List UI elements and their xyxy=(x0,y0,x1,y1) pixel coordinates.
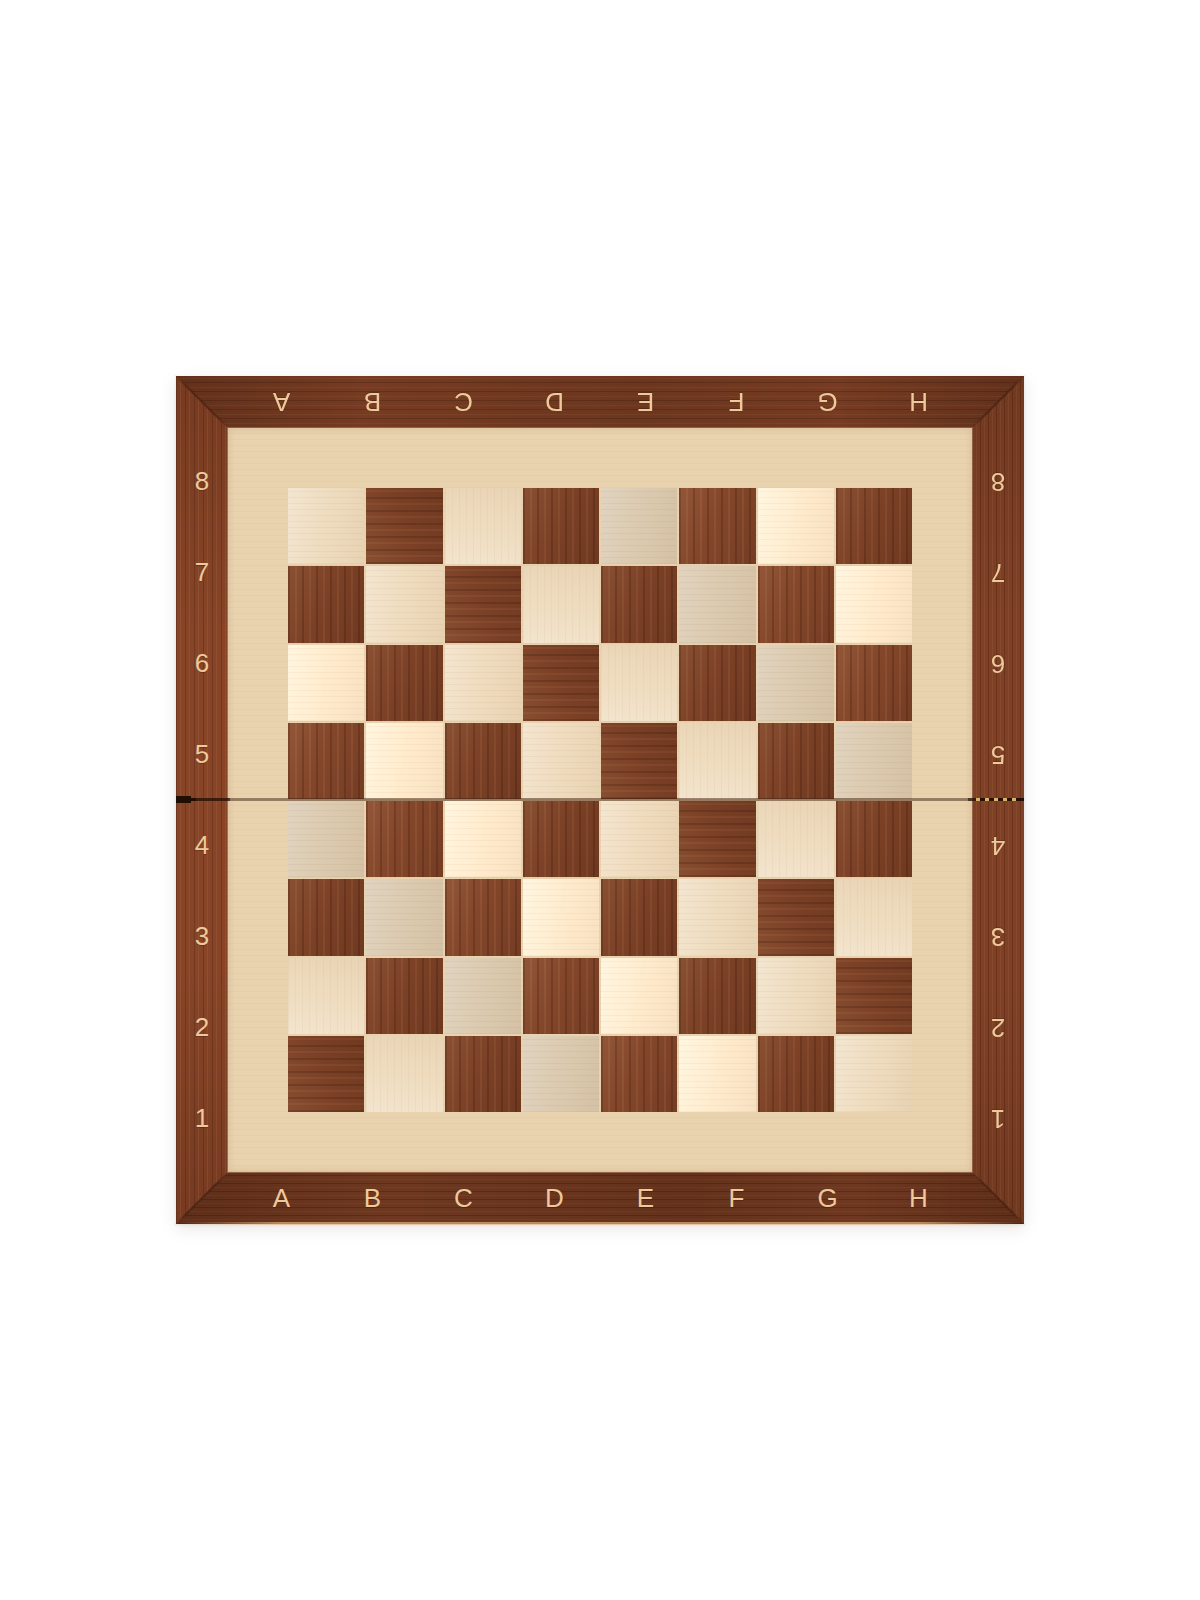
square-e7[interactable] xyxy=(601,566,677,642)
square-a3[interactable] xyxy=(288,879,364,955)
square-e1[interactable] xyxy=(601,1036,677,1112)
square-e5[interactable] xyxy=(601,723,677,799)
square-e8[interactable] xyxy=(601,488,677,564)
square-e4[interactable] xyxy=(601,801,677,877)
square-f4[interactable] xyxy=(679,801,755,877)
frame-top xyxy=(176,376,1024,428)
square-h6[interactable] xyxy=(836,645,912,721)
square-a8[interactable] xyxy=(288,488,364,564)
square-g3[interactable] xyxy=(758,879,834,955)
square-g8[interactable] xyxy=(758,488,834,564)
square-c6[interactable] xyxy=(445,645,521,721)
square-c8[interactable] xyxy=(445,488,521,564)
square-h4[interactable] xyxy=(836,801,912,877)
square-b3[interactable] xyxy=(366,879,442,955)
square-c5[interactable] xyxy=(445,723,521,799)
square-a1[interactable] xyxy=(288,1036,364,1112)
square-b1[interactable] xyxy=(366,1036,442,1112)
square-c2[interactable] xyxy=(445,958,521,1034)
square-d5[interactable] xyxy=(523,723,599,799)
square-g7[interactable] xyxy=(758,566,834,642)
square-g2[interactable] xyxy=(758,958,834,1034)
square-a6[interactable] xyxy=(288,645,364,721)
square-h1[interactable] xyxy=(836,1036,912,1112)
square-a2[interactable] xyxy=(288,958,364,1034)
square-d7[interactable] xyxy=(523,566,599,642)
board-grid xyxy=(288,488,912,1112)
square-b5[interactable] xyxy=(366,723,442,799)
square-c7[interactable] xyxy=(445,566,521,642)
square-h8[interactable] xyxy=(836,488,912,564)
square-g6[interactable] xyxy=(758,645,834,721)
square-d6[interactable] xyxy=(523,645,599,721)
square-b2[interactable] xyxy=(366,958,442,1034)
square-f7[interactable] xyxy=(679,566,755,642)
square-d2[interactable] xyxy=(523,958,599,1034)
square-b8[interactable] xyxy=(366,488,442,564)
frame-left xyxy=(176,376,228,1224)
square-d1[interactable] xyxy=(523,1036,599,1112)
square-h3[interactable] xyxy=(836,879,912,955)
square-c4[interactable] xyxy=(445,801,521,877)
square-g4[interactable] xyxy=(758,801,834,877)
square-h7[interactable] xyxy=(836,566,912,642)
square-f5[interactable] xyxy=(679,723,755,799)
square-f2[interactable] xyxy=(679,958,755,1034)
square-d8[interactable] xyxy=(523,488,599,564)
square-g5[interactable] xyxy=(758,723,834,799)
square-h2[interactable] xyxy=(836,958,912,1034)
square-b7[interactable] xyxy=(366,566,442,642)
square-f3[interactable] xyxy=(679,879,755,955)
square-d3[interactable] xyxy=(523,879,599,955)
frame-bottom xyxy=(176,1172,1024,1224)
chess-board: ABCDEFGH ABCDEFGH 87654321 87654321 xyxy=(176,376,1024,1224)
square-h5[interactable] xyxy=(836,723,912,799)
square-f8[interactable] xyxy=(679,488,755,564)
square-a4[interactable] xyxy=(288,801,364,877)
square-c1[interactable] xyxy=(445,1036,521,1112)
square-e3[interactable] xyxy=(601,879,677,955)
square-a5[interactable] xyxy=(288,723,364,799)
square-f1[interactable] xyxy=(679,1036,755,1112)
square-e2[interactable] xyxy=(601,958,677,1034)
square-e6[interactable] xyxy=(601,645,677,721)
square-a7[interactable] xyxy=(288,566,364,642)
square-b4[interactable] xyxy=(366,801,442,877)
square-c3[interactable] xyxy=(445,879,521,955)
square-d4[interactable] xyxy=(523,801,599,877)
square-g1[interactable] xyxy=(758,1036,834,1112)
square-f6[interactable] xyxy=(679,645,755,721)
playing-field xyxy=(228,428,972,1172)
frame-right xyxy=(972,376,1024,1224)
square-b6[interactable] xyxy=(366,645,442,721)
